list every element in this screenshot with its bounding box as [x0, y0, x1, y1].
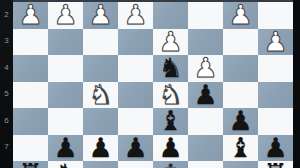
piece-black-pawn-d7[interactable]: ♟ [153, 135, 188, 162]
piece-white-pawn-c4[interactable]: ♟ [188, 55, 223, 82]
square-e3[interactable] [118, 29, 153, 56]
square-h4[interactable] [13, 55, 48, 82]
piece-black-bishop-d6[interactable]: ♝ [153, 108, 188, 135]
square-c7[interactable] [188, 135, 223, 162]
square-a2[interactable] [258, 2, 293, 29]
square-b2[interactable]: ♟ [223, 2, 258, 29]
piece-black-pawn-f7[interactable]: ♟ [83, 135, 118, 162]
piece-black-pawn-e7[interactable]: ♟ [118, 135, 153, 162]
square-f6[interactable] [83, 108, 118, 135]
square-f4[interactable] [83, 55, 118, 82]
piece-black-knight-g8[interactable]: ♞ [48, 161, 83, 168]
piece-black-pawn-b6[interactable]: ♟ [223, 108, 258, 135]
left-coordinate-strip: 234567 [0, 0, 13, 168]
square-a6[interactable] [258, 108, 293, 135]
square-a5[interactable] [258, 82, 293, 109]
rank-label-7: 7 [0, 143, 13, 151]
square-e4[interactable] [118, 55, 153, 82]
square-b7[interactable]: ♝ [223, 135, 258, 162]
square-c6[interactable] [188, 108, 223, 135]
piece-black-rook-h8[interactable]: ♜ [13, 161, 48, 168]
piece-black-rook-a8[interactable]: ♜ [258, 161, 293, 168]
rank-label-3: 3 [0, 37, 13, 45]
rank-label-4: 4 [0, 64, 13, 72]
square-c5[interactable]: ♟ [188, 82, 223, 109]
piece-white-pawn-d3[interactable]: ♟ [153, 29, 188, 56]
square-h6[interactable] [13, 108, 48, 135]
square-a7[interactable]: ♟ [258, 135, 293, 162]
piece-black-pawn-c5[interactable]: ♟ [188, 82, 223, 109]
piece-white-pawn-e2[interactable]: ♟ [118, 2, 153, 29]
square-f8[interactable] [83, 161, 118, 168]
square-f5[interactable]: ♞ [83, 82, 118, 109]
square-g4[interactable] [48, 55, 83, 82]
square-c8[interactable] [188, 161, 223, 168]
square-b8[interactable] [223, 161, 258, 168]
square-d8[interactable]: ♚ [153, 161, 188, 168]
rank-label-2: 2 [0, 11, 13, 19]
square-d6[interactable]: ♝ [153, 108, 188, 135]
square-c4[interactable]: ♟ [188, 55, 223, 82]
square-g5[interactable] [48, 82, 83, 109]
square-d5[interactable]: ♞ [153, 82, 188, 109]
square-f2[interactable]: ♟ [83, 2, 118, 29]
right-edge-strip [293, 0, 300, 168]
chess-board-screenshot: 234567 ♟♟♟♟♟♟♟♞♟♞♞♟♝♟♟♟♟♟♝♟♜♞♚♜ [0, 0, 300, 168]
square-h8[interactable]: ♜ [13, 161, 48, 168]
square-g8[interactable]: ♞ [48, 161, 83, 168]
piece-white-pawn-a3[interactable]: ♟ [258, 29, 293, 56]
square-h3[interactable] [13, 29, 48, 56]
square-d2[interactable] [153, 2, 188, 29]
square-c2[interactable] [188, 2, 223, 29]
square-h7[interactable] [13, 135, 48, 162]
square-f7[interactable]: ♟ [83, 135, 118, 162]
piece-white-pawn-h2[interactable]: ♟ [13, 2, 48, 29]
square-b5[interactable] [223, 82, 258, 109]
piece-white-knight-d5[interactable]: ♞ [153, 82, 188, 109]
square-d4[interactable]: ♞ [153, 55, 188, 82]
square-a4[interactable] [258, 55, 293, 82]
piece-black-pawn-a7[interactable]: ♟ [258, 135, 293, 162]
square-e8[interactable] [118, 161, 153, 168]
square-b3[interactable] [223, 29, 258, 56]
square-g2[interactable]: ♟ [48, 2, 83, 29]
piece-black-king-d8[interactable]: ♚ [153, 161, 188, 168]
piece-white-knight-f5[interactable]: ♞ [83, 82, 118, 109]
square-e6[interactable] [118, 108, 153, 135]
square-b6[interactable]: ♟ [223, 108, 258, 135]
piece-black-bishop-b7[interactable]: ♝ [223, 135, 258, 162]
square-f3[interactable] [83, 29, 118, 56]
square-h5[interactable] [13, 82, 48, 109]
chess-board: ♟♟♟♟♟♟♟♞♟♞♞♟♝♟♟♟♟♟♝♟♜♞♚♜ [13, 2, 293, 168]
piece-black-knight-d4[interactable]: ♞ [153, 55, 188, 82]
square-b4[interactable] [223, 55, 258, 82]
piece-white-pawn-g2[interactable]: ♟ [48, 2, 83, 29]
square-g6[interactable] [48, 108, 83, 135]
square-e5[interactable] [118, 82, 153, 109]
square-e2[interactable]: ♟ [118, 2, 153, 29]
square-g3[interactable] [48, 29, 83, 56]
square-c3[interactable] [188, 29, 223, 56]
piece-white-pawn-b2[interactable]: ♟ [223, 2, 258, 29]
square-d7[interactable]: ♟ [153, 135, 188, 162]
square-a8[interactable]: ♜ [258, 161, 293, 168]
square-a3[interactable]: ♟ [258, 29, 293, 56]
square-d3[interactable]: ♟ [153, 29, 188, 56]
rank-label-6: 6 [0, 117, 13, 125]
rank-label-5: 5 [0, 90, 13, 98]
square-h2[interactable]: ♟ [13, 2, 48, 29]
square-g7[interactable]: ♟ [48, 135, 83, 162]
piece-black-pawn-g7[interactable]: ♟ [48, 135, 83, 162]
piece-white-pawn-f2[interactable]: ♟ [83, 2, 118, 29]
square-e7[interactable]: ♟ [118, 135, 153, 162]
